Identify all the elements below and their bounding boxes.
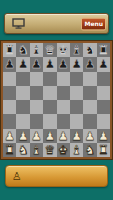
white-knight: ♞ xyxy=(85,144,96,156)
menu-button[interactable]: Menu xyxy=(81,17,106,30)
square-b1[interactable]: ♞ xyxy=(16,143,29,157)
square-c2[interactable]: ♟ xyxy=(30,129,43,143)
black-knight: ♞ xyxy=(85,44,96,56)
square-e5[interactable] xyxy=(57,86,70,100)
square-a2[interactable]: ♟ xyxy=(3,129,16,143)
square-a1[interactable]: ♜ xyxy=(3,143,16,157)
square-c3[interactable] xyxy=(30,114,43,128)
white-pawn: ♟ xyxy=(44,130,55,142)
black-pawn: ♟ xyxy=(31,58,42,70)
square-b6[interactable] xyxy=(16,72,29,86)
square-d7[interactable]: ♟ xyxy=(43,57,56,71)
square-f5[interactable] xyxy=(70,86,83,100)
black-pawn: ♟ xyxy=(71,58,82,70)
white-pawn: ♟ xyxy=(85,130,96,142)
black-rook: ♜ xyxy=(4,44,15,56)
square-g8[interactable]: ♞ xyxy=(83,43,96,57)
square-e8[interactable]: ♚ xyxy=(57,43,70,57)
square-c5[interactable] xyxy=(30,86,43,100)
square-f6[interactable] xyxy=(70,72,83,86)
square-g6[interactable] xyxy=(83,72,96,86)
black-pawn: ♟ xyxy=(98,58,109,70)
black-knight: ♞ xyxy=(18,44,29,56)
black-pawn: ♟ xyxy=(58,58,69,70)
square-d2[interactable]: ♟ xyxy=(43,129,56,143)
square-g5[interactable] xyxy=(83,86,96,100)
square-a7[interactable]: ♟ xyxy=(3,57,16,71)
square-c7[interactable]: ♟ xyxy=(30,57,43,71)
square-h1[interactable]: ♜ xyxy=(97,143,110,157)
square-b5[interactable] xyxy=(16,86,29,100)
chess-board[interactable]: ♜♞♝♛♚♝♞♜♟♟♟♟♟♟♟♟♟♟♟♟♟♟♟♟♜♞♝♛♚♝♞♜ xyxy=(1,41,112,159)
white-pawn: ♟ xyxy=(71,130,82,142)
black-rook: ♜ xyxy=(98,44,109,56)
square-d5[interactable] xyxy=(43,86,56,100)
opponent-bar: Menu xyxy=(4,13,109,34)
square-g1[interactable]: ♞ xyxy=(83,143,96,157)
chess-app-screen: Menu ♜♞♝♛♚♝♞♜♟♟♟♟♟♟♟♟♟♟♟♟♟♟♟♟♜♞♝♛♚♝♞♜ ♙ xyxy=(0,0,113,200)
square-d3[interactable] xyxy=(43,114,56,128)
square-b4[interactable] xyxy=(16,100,29,114)
square-g2[interactable]: ♟ xyxy=(83,129,96,143)
white-king: ♚ xyxy=(58,144,69,156)
white-pawn: ♟ xyxy=(4,130,15,142)
square-e6[interactable] xyxy=(57,72,70,86)
square-h7[interactable]: ♟ xyxy=(97,57,110,71)
square-d6[interactable] xyxy=(43,72,56,86)
white-bishop: ♝ xyxy=(31,144,42,156)
black-pawn: ♟ xyxy=(85,58,96,70)
square-g3[interactable] xyxy=(83,114,96,128)
square-a6[interactable] xyxy=(3,72,16,86)
white-knight: ♞ xyxy=(18,144,29,156)
square-c6[interactable] xyxy=(30,72,43,86)
white-rook: ♜ xyxy=(98,144,109,156)
square-g4[interactable] xyxy=(83,100,96,114)
square-h3[interactable] xyxy=(97,114,110,128)
square-c1[interactable]: ♝ xyxy=(30,143,43,157)
black-pawn: ♟ xyxy=(4,58,15,70)
square-a3[interactable] xyxy=(3,114,16,128)
black-bishop: ♝ xyxy=(31,44,42,56)
black-queen: ♛ xyxy=(44,44,55,56)
square-a8[interactable]: ♜ xyxy=(3,43,16,57)
square-e3[interactable] xyxy=(57,114,70,128)
square-d4[interactable] xyxy=(43,100,56,114)
white-pawn-icon: ♙ xyxy=(12,171,22,182)
square-b3[interactable] xyxy=(16,114,29,128)
square-h5[interactable] xyxy=(97,86,110,100)
white-rook: ♜ xyxy=(4,144,15,156)
black-bishop: ♝ xyxy=(71,44,82,56)
square-d8[interactable]: ♛ xyxy=(43,43,56,57)
square-h2[interactable]: ♟ xyxy=(97,129,110,143)
square-e4[interactable] xyxy=(57,100,70,114)
square-c8[interactable]: ♝ xyxy=(30,43,43,57)
square-b8[interactable]: ♞ xyxy=(16,43,29,57)
white-pawn: ♟ xyxy=(58,130,69,142)
square-f8[interactable]: ♝ xyxy=(70,43,83,57)
square-b2[interactable]: ♟ xyxy=(16,129,29,143)
square-f4[interactable] xyxy=(70,100,83,114)
square-b7[interactable]: ♟ xyxy=(16,57,29,71)
square-a5[interactable] xyxy=(3,86,16,100)
square-f3[interactable] xyxy=(70,114,83,128)
white-bishop: ♝ xyxy=(71,144,82,156)
square-h8[interactable]: ♜ xyxy=(97,43,110,57)
white-pawn: ♟ xyxy=(98,130,109,142)
square-e7[interactable]: ♟ xyxy=(57,57,70,71)
square-g7[interactable]: ♟ xyxy=(83,57,96,71)
square-c4[interactable] xyxy=(30,100,43,114)
black-king: ♚ xyxy=(58,44,69,56)
square-f1[interactable]: ♝ xyxy=(70,143,83,157)
black-pawn: ♟ xyxy=(18,58,29,70)
square-f7[interactable]: ♟ xyxy=(70,57,83,71)
square-e1[interactable]: ♚ xyxy=(57,143,70,157)
square-a4[interactable] xyxy=(3,100,16,114)
square-e2[interactable]: ♟ xyxy=(57,129,70,143)
square-h6[interactable] xyxy=(97,72,110,86)
white-pawn: ♟ xyxy=(18,130,29,142)
square-f2[interactable]: ♟ xyxy=(70,129,83,143)
square-h4[interactable] xyxy=(97,100,110,114)
black-pawn: ♟ xyxy=(44,58,55,70)
white-pawn: ♟ xyxy=(31,130,42,142)
monitor-icon xyxy=(12,18,25,29)
player-bar: ♙ xyxy=(5,165,108,187)
square-d1[interactable]: ♛ xyxy=(43,143,56,157)
white-queen: ♛ xyxy=(44,144,55,156)
